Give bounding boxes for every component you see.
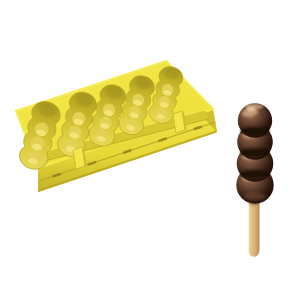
product-photo <box>0 0 300 300</box>
sphere-bottom-light <box>244 192 266 200</box>
scene-canvas <box>0 0 300 300</box>
silicone-mold <box>16 61 217 192</box>
sphere-crease <box>240 127 269 135</box>
chocolate-pop <box>236 103 273 256</box>
sphere-crease <box>240 170 269 178</box>
top-sphere-hot-spot <box>246 107 255 111</box>
wooden-stick <box>249 200 259 257</box>
sphere-crease <box>240 149 269 157</box>
